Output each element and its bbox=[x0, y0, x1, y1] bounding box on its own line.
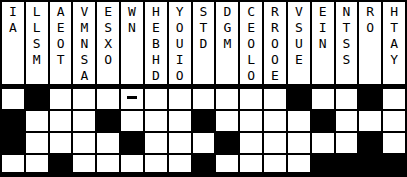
empty-cell-r2c11[interactable] bbox=[240, 111, 262, 131]
bank-letter: L bbox=[33, 4, 41, 20]
bank-letter: H bbox=[152, 4, 160, 20]
bank-letter: O bbox=[247, 36, 255, 52]
blocked-cell-r3c10 bbox=[216, 133, 238, 153]
blocked-cell-r4c14 bbox=[312, 155, 334, 172]
bank-letter: V bbox=[295, 4, 303, 20]
blocked-cell-r4c3 bbox=[50, 155, 72, 172]
letter-bank-column-15: NTSS bbox=[336, 2, 358, 84]
letter-bank-column-7: HEBHD bbox=[145, 2, 167, 84]
letter-bank-column-11: CEOLO bbox=[240, 2, 262, 84]
blocked-cell-r1c2 bbox=[26, 89, 48, 109]
letter-bank-column-16: RO bbox=[359, 2, 381, 84]
empty-cell-r1c8[interactable] bbox=[169, 89, 191, 109]
bank-letter: W bbox=[128, 4, 136, 20]
empty-cell-r1c1[interactable] bbox=[2, 89, 24, 109]
bank-letter: T bbox=[57, 52, 65, 68]
empty-cell-r2c17[interactable] bbox=[383, 111, 405, 131]
bank-letter: Y bbox=[390, 52, 398, 68]
bank-letter: E bbox=[271, 68, 279, 84]
bank-letter: A bbox=[57, 4, 65, 20]
bank-letter: E bbox=[57, 20, 65, 36]
bank-letter: A bbox=[9, 20, 17, 36]
bank-letter: I bbox=[319, 20, 327, 36]
blocked-cell-r3c1 bbox=[2, 133, 24, 153]
empty-cell-r1c17[interactable] bbox=[383, 89, 405, 109]
bank-letter: G bbox=[223, 20, 231, 36]
empty-cell-r2c12[interactable] bbox=[264, 111, 286, 131]
bank-letter: A bbox=[390, 36, 398, 52]
bank-letter: E bbox=[319, 4, 327, 20]
bank-letter: E bbox=[247, 20, 255, 36]
empty-cell-r2c15[interactable] bbox=[336, 111, 358, 131]
letter-bank-column-2: LLSM bbox=[26, 2, 48, 84]
empty-cell-r3c15[interactable] bbox=[336, 133, 358, 153]
empty-cell-r3c7[interactable] bbox=[145, 133, 167, 153]
empty-cell-r3c14[interactable] bbox=[312, 133, 334, 153]
bank-letter: N bbox=[343, 4, 351, 20]
bank-letter: M bbox=[223, 36, 231, 52]
empty-cell-r1c4[interactable] bbox=[73, 89, 95, 109]
empty-cell-r3c8[interactable] bbox=[169, 133, 191, 153]
letter-bank-column-1: IA bbox=[2, 2, 24, 84]
letter-bank-column-17: HTAY bbox=[383, 2, 405, 84]
empty-cell-r2c2[interactable] bbox=[26, 111, 48, 131]
empty-cell-r3c4[interactable] bbox=[73, 133, 95, 153]
empty-cell-r4c11[interactable] bbox=[240, 155, 262, 172]
bank-letter: E bbox=[104, 4, 112, 20]
bank-letter: Y bbox=[176, 4, 184, 20]
bank-letter: D bbox=[223, 4, 231, 20]
empty-cell-r2c8[interactable] bbox=[169, 111, 191, 131]
bank-letter: C bbox=[247, 4, 255, 20]
bank-letter: S bbox=[104, 20, 112, 36]
empty-cell-r2c7[interactable] bbox=[145, 111, 167, 131]
empty-cell-r3c17[interactable] bbox=[383, 133, 405, 153]
empty-cell-r3c12[interactable] bbox=[264, 133, 286, 153]
hyphen-mark bbox=[127, 96, 137, 99]
bank-letter: L bbox=[247, 52, 255, 68]
empty-cell-r4c1[interactable] bbox=[2, 155, 24, 172]
empty-cell-r4c4[interactable] bbox=[73, 155, 95, 172]
empty-cell-r4c2[interactable] bbox=[26, 155, 48, 172]
bank-letter: S bbox=[33, 36, 41, 52]
bank-letter: O bbox=[271, 36, 279, 52]
empty-cell-r1c10[interactable] bbox=[216, 89, 238, 109]
letter-bank-column-9: STD bbox=[193, 2, 215, 84]
bank-letter: S bbox=[200, 4, 208, 20]
bank-letter: L bbox=[33, 20, 41, 36]
bank-letter: H bbox=[152, 52, 160, 68]
blocked-cell-r3c16 bbox=[359, 133, 381, 153]
puzzle-grid bbox=[2, 89, 405, 172]
blocked-cell-r1c16 bbox=[359, 89, 381, 109]
blocked-cell-r4c17 bbox=[383, 155, 405, 172]
bank-letter: O bbox=[176, 20, 184, 36]
empty-cell-r3c5[interactable] bbox=[97, 133, 119, 153]
bank-letter: S bbox=[295, 20, 303, 36]
letter-bank-column-14: EIN bbox=[312, 2, 334, 84]
bank-letter: R bbox=[366, 4, 374, 20]
bank-letter: N bbox=[80, 36, 88, 52]
empty-cell-r1c3[interactable] bbox=[50, 89, 72, 109]
empty-cell-r3c11[interactable] bbox=[240, 133, 262, 153]
bank-letter: H bbox=[390, 4, 398, 20]
bank-letter: O bbox=[247, 68, 255, 84]
empty-cell-r4c12[interactable] bbox=[264, 155, 286, 172]
empty-cell-r4c7[interactable] bbox=[145, 155, 167, 172]
bank-letter: O bbox=[176, 68, 184, 84]
letter-bank-column-4: VMNSA bbox=[73, 2, 95, 84]
bank-letter: R bbox=[271, 4, 279, 20]
bank-letter: O bbox=[366, 20, 374, 36]
bank-letter: E bbox=[152, 20, 160, 36]
hyphen-cell-r1c6[interactable] bbox=[121, 89, 143, 109]
blocked-cell-r2c1 bbox=[2, 111, 24, 131]
bank-letter: O bbox=[271, 52, 279, 68]
bank-letter: E bbox=[295, 52, 303, 68]
blocked-cell-r4c16 bbox=[359, 155, 381, 172]
bank-letter: N bbox=[128, 20, 136, 36]
bank-letter: U bbox=[295, 36, 303, 52]
empty-cell-r3c2[interactable] bbox=[26, 133, 48, 153]
blocked-cell-r2c5 bbox=[97, 111, 119, 131]
puzzle-frame: IALLSMAEOTVMNSAESXOWNHEBHDYOUIOSTDDGMCEO… bbox=[0, 0, 407, 177]
bank-letter: I bbox=[176, 52, 184, 68]
empty-cell-r2c3[interactable] bbox=[50, 111, 72, 131]
blocked-cell-r1c13 bbox=[288, 89, 310, 109]
blocked-cell-r3c6 bbox=[121, 133, 143, 153]
bank-letter: B bbox=[152, 36, 160, 52]
bank-letter: S bbox=[80, 52, 88, 68]
blocked-cell-r4c9 bbox=[193, 155, 215, 172]
bank-letter: O bbox=[104, 52, 112, 68]
bank-letter: M bbox=[80, 20, 88, 36]
letter-bank-column-6: WN bbox=[121, 2, 143, 84]
empty-cell-r3c13[interactable] bbox=[288, 133, 310, 153]
bank-letter: A bbox=[80, 68, 88, 84]
empty-cell-r4c5[interactable] bbox=[97, 155, 119, 172]
empty-cell-r2c13[interactable] bbox=[288, 111, 310, 131]
empty-cell-r1c11[interactable] bbox=[240, 89, 262, 109]
empty-cell-r3c3[interactable] bbox=[50, 133, 72, 153]
bank-letter: T bbox=[343, 20, 351, 36]
empty-cell-r3c9[interactable] bbox=[193, 133, 215, 153]
empty-cell-r2c6[interactable] bbox=[121, 111, 143, 131]
letter-bank: IALLSMAEOTVMNSAESXOWNHEBHDYOUIOSTDDGMCEO… bbox=[2, 2, 405, 84]
empty-cell-r1c5[interactable] bbox=[97, 89, 119, 109]
blocked-cell-r4c15 bbox=[336, 155, 358, 172]
bank-letter: V bbox=[80, 4, 88, 20]
empty-cell-r2c4[interactable] bbox=[73, 111, 95, 131]
bank-letter: D bbox=[152, 68, 160, 84]
letter-bank-column-8: YOUIO bbox=[169, 2, 191, 84]
empty-cell-r1c7[interactable] bbox=[145, 89, 167, 109]
empty-cell-r4c8[interactable] bbox=[169, 155, 191, 172]
letter-bank-column-10: DGM bbox=[216, 2, 238, 84]
bank-letter: O bbox=[57, 36, 65, 52]
empty-cell-r4c6[interactable] bbox=[121, 155, 143, 172]
empty-cell-r2c10[interactable] bbox=[216, 111, 238, 131]
bank-letter: R bbox=[271, 20, 279, 36]
blocked-cell-r2c14 bbox=[312, 111, 334, 131]
bank-letter: S bbox=[343, 52, 351, 68]
empty-cell-r1c9[interactable] bbox=[193, 89, 215, 109]
bank-letter: T bbox=[200, 20, 208, 36]
bank-letter: N bbox=[319, 36, 327, 52]
empty-cell-r4c10[interactable] bbox=[216, 155, 238, 172]
bank-letter: M bbox=[33, 52, 41, 68]
blocked-cell-r2c9 bbox=[193, 111, 215, 131]
empty-cell-r1c14[interactable] bbox=[312, 89, 334, 109]
empty-cell-r1c15[interactable] bbox=[336, 89, 358, 109]
letter-bank-column-12: RROOE bbox=[264, 2, 286, 84]
letter-bank-column-5: ESXO bbox=[97, 2, 119, 84]
bank-letter: S bbox=[343, 36, 351, 52]
bank-letter: U bbox=[176, 36, 184, 52]
bank-letter: X bbox=[104, 36, 112, 52]
empty-cell-r2c16[interactable] bbox=[359, 111, 381, 131]
letter-bank-column-13: VSUE bbox=[288, 2, 310, 84]
empty-cell-r1c12[interactable] bbox=[264, 89, 286, 109]
bank-letter: D bbox=[200, 36, 208, 52]
letter-bank-column-3: AEOT bbox=[50, 2, 72, 84]
bank-letter: I bbox=[9, 4, 17, 20]
bank-letter: T bbox=[390, 20, 398, 36]
empty-cell-r4c13[interactable] bbox=[288, 155, 310, 172]
